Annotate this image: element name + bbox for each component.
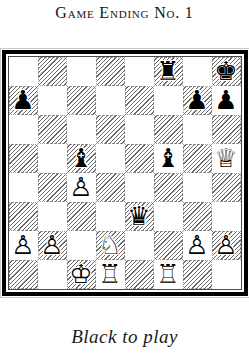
white-knight-icon: ♘ xyxy=(96,231,125,260)
white-pawn-icon: ♙ xyxy=(212,231,241,260)
square-b8 xyxy=(38,57,67,86)
board: ♜♜♚♚♟♟♟♟♟♟♝♝♝♝♛♕♟♙♛♛♟♙♟♙♞♘♟♙♟♙♚♔♜♖♜♖ xyxy=(9,57,241,289)
square-g4 xyxy=(183,173,212,202)
diagram-page: Game Ending No. 1 ♜♜♚♚♟♟♟♟♟♟♝♝♝♝♛♕♟♙♛♛♟♙… xyxy=(0,0,249,358)
square-c5: ♝♝ xyxy=(67,144,96,173)
square-c4: ♟♙ xyxy=(67,173,96,202)
square-e8 xyxy=(125,57,154,86)
square-e5 xyxy=(125,144,154,173)
black-bishop-fill: ♝ xyxy=(154,144,183,173)
square-b7 xyxy=(38,86,67,115)
black-pawn-fill: ♟ xyxy=(183,86,212,115)
square-a6 xyxy=(9,115,38,144)
black-rook-icon: ♜ xyxy=(154,57,183,86)
white-rook-fill: ♜ xyxy=(96,260,125,289)
square-e4 xyxy=(125,173,154,202)
square-f6 xyxy=(154,115,183,144)
square-a5 xyxy=(9,144,38,173)
square-f4 xyxy=(154,173,183,202)
square-c8 xyxy=(67,57,96,86)
black-pawn-icon: ♟ xyxy=(9,86,38,115)
square-g2: ♟♙ xyxy=(183,231,212,260)
square-a7: ♟♟ xyxy=(9,86,38,115)
black-rook-fill: ♜ xyxy=(154,57,183,86)
square-d6 xyxy=(96,115,125,144)
square-h6 xyxy=(212,115,241,144)
board-frame: ♜♜♚♚♟♟♟♟♟♟♝♝♝♝♛♕♟♙♛♛♟♙♟♙♞♘♟♙♟♙♚♔♜♖♜♖ xyxy=(2,50,248,296)
square-e7 xyxy=(125,86,154,115)
black-pawn-icon: ♟ xyxy=(212,86,241,115)
square-g5 xyxy=(183,144,212,173)
white-queen-fill: ♛ xyxy=(212,144,241,173)
square-f8: ♜♜ xyxy=(154,57,183,86)
square-a8 xyxy=(9,57,38,86)
square-e1 xyxy=(125,260,154,289)
square-d1: ♜♖ xyxy=(96,260,125,289)
black-pawn-fill: ♟ xyxy=(212,86,241,115)
square-h2: ♟♙ xyxy=(212,231,241,260)
square-h4 xyxy=(212,173,241,202)
square-a4 xyxy=(9,173,38,202)
square-d5 xyxy=(96,144,125,173)
square-h8: ♚♚ xyxy=(212,57,241,86)
square-e6 xyxy=(125,115,154,144)
white-king-fill: ♚ xyxy=(67,260,96,289)
square-h1 xyxy=(212,260,241,289)
white-rook-fill: ♜ xyxy=(154,260,183,289)
square-f1: ♜♖ xyxy=(154,260,183,289)
square-c3 xyxy=(67,202,96,231)
square-h3 xyxy=(212,202,241,231)
square-c2 xyxy=(67,231,96,260)
square-b6 xyxy=(38,115,67,144)
black-pawn-icon: ♟ xyxy=(183,86,212,115)
square-b4 xyxy=(38,173,67,202)
square-e3: ♛♛ xyxy=(125,202,154,231)
square-d7 xyxy=(96,86,125,115)
square-h5: ♛♕ xyxy=(212,144,241,173)
square-f3 xyxy=(154,202,183,231)
square-f5: ♝♝ xyxy=(154,144,183,173)
square-a1 xyxy=(9,260,38,289)
square-g1 xyxy=(183,260,212,289)
white-queen-icon: ♕ xyxy=(212,144,241,173)
square-g8 xyxy=(183,57,212,86)
white-knight-fill: ♞ xyxy=(96,231,125,260)
side-to-move-caption: Black to play xyxy=(0,326,249,348)
square-a3 xyxy=(9,202,38,231)
square-g3 xyxy=(183,202,212,231)
white-pawn-icon: ♙ xyxy=(38,231,67,260)
black-pawn-fill: ♟ xyxy=(9,86,38,115)
black-bishop-icon: ♝ xyxy=(154,144,183,173)
white-pawn-fill: ♟ xyxy=(183,231,212,260)
board-inner-border: ♜♜♚♚♟♟♟♟♟♟♝♝♝♝♛♕♟♙♛♛♟♙♟♙♞♘♟♙♟♙♚♔♜♖♜♖ xyxy=(8,56,242,290)
white-pawn-fill: ♟ xyxy=(38,231,67,260)
diagram-title: Game Ending No. 1 xyxy=(0,0,249,22)
square-f7 xyxy=(154,86,183,115)
square-g6 xyxy=(183,115,212,144)
square-h7: ♟♟ xyxy=(212,86,241,115)
square-c7 xyxy=(67,86,96,115)
white-rook-icon: ♖ xyxy=(154,260,183,289)
square-b2: ♟♙ xyxy=(38,231,67,260)
square-b5 xyxy=(38,144,67,173)
white-rook-icon: ♖ xyxy=(96,260,125,289)
square-f2 xyxy=(154,231,183,260)
black-king-icon: ♚ xyxy=(212,57,241,86)
square-d3 xyxy=(96,202,125,231)
square-d2: ♞♘ xyxy=(96,231,125,260)
white-king-icon: ♔ xyxy=(67,260,96,289)
square-g7: ♟♟ xyxy=(183,86,212,115)
square-c1: ♚♔ xyxy=(67,260,96,289)
square-b1 xyxy=(38,260,67,289)
white-pawn-icon: ♙ xyxy=(183,231,212,260)
black-bishop-fill: ♝ xyxy=(67,144,96,173)
black-king-fill: ♚ xyxy=(212,57,241,86)
square-d8 xyxy=(96,57,125,86)
square-b3 xyxy=(38,202,67,231)
square-e2 xyxy=(125,231,154,260)
black-queen-icon: ♛ xyxy=(125,202,154,231)
white-pawn-icon: ♙ xyxy=(67,173,96,202)
square-d4 xyxy=(96,173,125,202)
white-pawn-fill: ♟ xyxy=(212,231,241,260)
white-pawn-fill: ♟ xyxy=(9,231,38,260)
white-pawn-fill: ♟ xyxy=(67,173,96,202)
black-bishop-icon: ♝ xyxy=(67,144,96,173)
white-pawn-icon: ♙ xyxy=(9,231,38,260)
square-c6 xyxy=(67,115,96,144)
square-a2: ♟♙ xyxy=(9,231,38,260)
black-queen-fill: ♛ xyxy=(125,202,154,231)
